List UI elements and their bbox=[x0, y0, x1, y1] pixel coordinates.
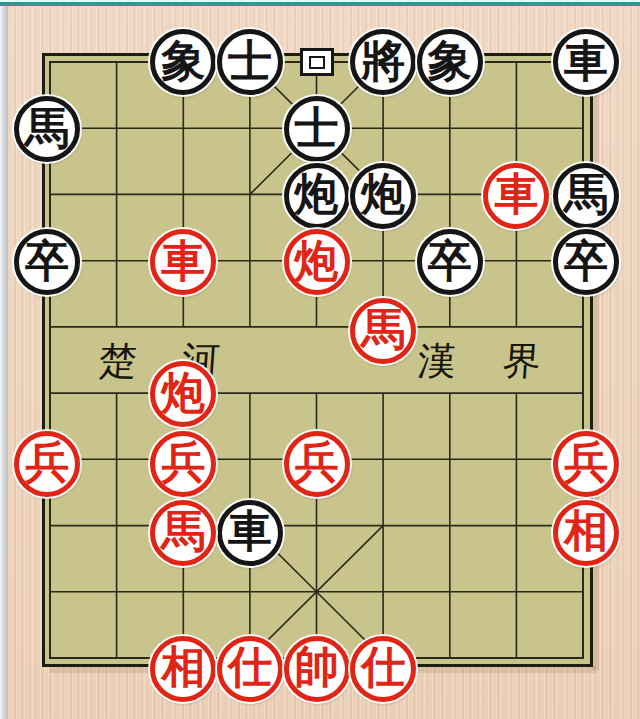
red-advisor-glyph: 仕 bbox=[228, 645, 272, 692]
origin-inner-square bbox=[309, 56, 325, 69]
piece-red-advisor[interactable]: 仕 bbox=[350, 636, 416, 702]
black-soldier-glyph: 卒 bbox=[564, 239, 608, 286]
piece-red-advisor[interactable]: 仕 bbox=[217, 636, 283, 702]
marker-corner bbox=[96, 505, 109, 518]
river-label-jie: 界 bbox=[502, 342, 543, 380]
black-cannon-glyph: 炮 bbox=[361, 172, 405, 219]
red-soldier-glyph: 兵 bbox=[161, 440, 205, 487]
marker-corner bbox=[458, 467, 471, 480]
river-label-han: 漢 bbox=[417, 342, 458, 380]
red-soldier-glyph: 兵 bbox=[295, 440, 339, 487]
marker-corner bbox=[96, 173, 109, 186]
red-cannon-glyph: 炮 bbox=[295, 239, 339, 286]
red-soldier-glyph: 兵 bbox=[564, 440, 608, 487]
red-rook-glyph: 車 bbox=[161, 239, 205, 286]
red-cannon-glyph: 炮 bbox=[161, 371, 205, 418]
piece-red-rook[interactable]: 車 bbox=[150, 229, 216, 295]
piece-black-general[interactable]: 將 bbox=[350, 29, 416, 95]
black-rook-glyph: 車 bbox=[228, 509, 272, 556]
piece-black-soldier[interactable]: 卒 bbox=[14, 229, 80, 295]
red-elephant-glyph: 相 bbox=[564, 509, 608, 556]
piece-black-elephant[interactable]: 象 bbox=[417, 29, 483, 95]
piece-red-elephant[interactable]: 相 bbox=[150, 636, 216, 702]
black-advisor-glyph: 士 bbox=[228, 39, 272, 86]
marker-corner bbox=[429, 467, 442, 480]
piece-black-advisor[interactable]: 士 bbox=[217, 29, 283, 95]
red-horse-glyph: 馬 bbox=[161, 509, 205, 556]
marker-corner bbox=[495, 505, 508, 518]
piece-black-rook[interactable]: 車 bbox=[217, 500, 283, 566]
marker-corner bbox=[96, 534, 109, 547]
red-general-glyph: 帥 bbox=[295, 645, 339, 692]
piece-red-soldier[interactable]: 兵 bbox=[553, 431, 619, 497]
point-marker bbox=[96, 505, 138, 547]
black-cannon-glyph: 炮 bbox=[295, 172, 339, 219]
window-left-strip bbox=[0, 6, 8, 719]
black-horse-glyph: 馬 bbox=[564, 172, 608, 219]
red-elephant-glyph: 相 bbox=[161, 645, 205, 692]
black-general-glyph: 將 bbox=[361, 39, 405, 86]
black-elephant-glyph: 象 bbox=[161, 39, 205, 86]
piece-red-cannon[interactable]: 炮 bbox=[284, 229, 350, 295]
black-horse-glyph: 馬 bbox=[25, 106, 69, 153]
river-label-chu: 楚 bbox=[98, 342, 139, 380]
piece-black-advisor[interactable]: 士 bbox=[284, 96, 350, 162]
marker-corner bbox=[125, 505, 138, 518]
point-marker bbox=[429, 438, 471, 480]
black-soldier-glyph: 卒 bbox=[25, 239, 69, 286]
window-top-border bbox=[0, 0, 640, 6]
board-shadow-right bbox=[592, 60, 599, 670]
point-marker bbox=[96, 173, 138, 215]
piece-red-elephant[interactable]: 相 bbox=[553, 500, 619, 566]
piece-red-rook[interactable]: 車 bbox=[483, 163, 549, 229]
piece-black-soldier[interactable]: 卒 bbox=[417, 229, 483, 295]
marker-corner bbox=[524, 534, 537, 547]
piece-red-soldier[interactable]: 兵 bbox=[284, 431, 350, 497]
xiangqi-game-screen: 楚 河 漢 界 象士將象車馬士炮炮馬卒卒卒車車車炮馬炮兵兵兵兵馬相相仕帥仕 bbox=[0, 0, 640, 719]
piece-black-soldier[interactable]: 卒 bbox=[553, 229, 619, 295]
red-horse-glyph: 馬 bbox=[361, 307, 405, 354]
marker-corner bbox=[125, 202, 138, 215]
black-elephant-glyph: 象 bbox=[428, 39, 472, 86]
marker-corner bbox=[524, 505, 537, 518]
piece-red-cannon[interactable]: 炮 bbox=[150, 361, 216, 427]
black-advisor-glyph: 士 bbox=[295, 106, 339, 153]
black-soldier-glyph: 卒 bbox=[428, 239, 472, 286]
black-rook-glyph: 車 bbox=[564, 39, 608, 86]
marker-corner bbox=[458, 438, 471, 451]
piece-red-horse[interactable]: 馬 bbox=[150, 500, 216, 566]
red-rook-glyph: 車 bbox=[494, 172, 538, 219]
marker-corner bbox=[96, 202, 109, 215]
piece-red-soldier[interactable]: 兵 bbox=[150, 431, 216, 497]
point-marker bbox=[495, 505, 537, 547]
marker-corner bbox=[125, 534, 138, 547]
marker-corner bbox=[495, 534, 508, 547]
piece-black-cannon[interactable]: 炮 bbox=[284, 163, 350, 229]
red-soldier-glyph: 兵 bbox=[25, 440, 69, 487]
piece-black-elephant[interactable]: 象 bbox=[150, 29, 216, 95]
piece-red-horse[interactable]: 馬 bbox=[350, 298, 416, 364]
piece-black-cannon[interactable]: 炮 bbox=[350, 163, 416, 229]
piece-black-rook[interactable]: 車 bbox=[553, 29, 619, 95]
marker-corner bbox=[125, 173, 138, 186]
red-advisor-glyph: 仕 bbox=[361, 645, 405, 692]
last-move-origin-marker bbox=[300, 48, 334, 76]
piece-red-general[interactable]: 帥 bbox=[284, 636, 350, 702]
piece-red-soldier[interactable]: 兵 bbox=[14, 431, 80, 497]
piece-black-horse[interactable]: 馬 bbox=[553, 163, 619, 229]
marker-corner bbox=[429, 438, 442, 451]
piece-black-horse[interactable]: 馬 bbox=[14, 96, 80, 162]
